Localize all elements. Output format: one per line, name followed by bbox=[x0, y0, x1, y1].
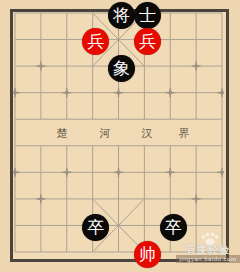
piece-black-soldier[interactable]: 卒 bbox=[160, 214, 187, 241]
xiangqi-board: 楚河汉界 bbox=[10, 9, 229, 262]
river-label: 楚 bbox=[57, 127, 68, 139]
piece-black-advisor[interactable]: 士 bbox=[134, 2, 161, 29]
river-label: 河 bbox=[100, 127, 111, 139]
river-label: 界 bbox=[179, 127, 190, 139]
piece-red-general[interactable]: 帅 bbox=[134, 241, 161, 268]
xiangqi-diagram: 楚河汉界 将士兵兵象卒卒帅 百度经验 jingyan.baidu.com bbox=[0, 0, 240, 272]
piece-red-soldier[interactable]: 兵 bbox=[82, 28, 109, 55]
piece-red-soldier[interactable]: 兵 bbox=[134, 28, 161, 55]
piece-black-elephant[interactable]: 象 bbox=[108, 55, 135, 82]
river-label: 汉 bbox=[142, 127, 153, 139]
piece-black-soldier[interactable]: 卒 bbox=[82, 214, 109, 241]
piece-black-general[interactable]: 将 bbox=[108, 2, 135, 29]
